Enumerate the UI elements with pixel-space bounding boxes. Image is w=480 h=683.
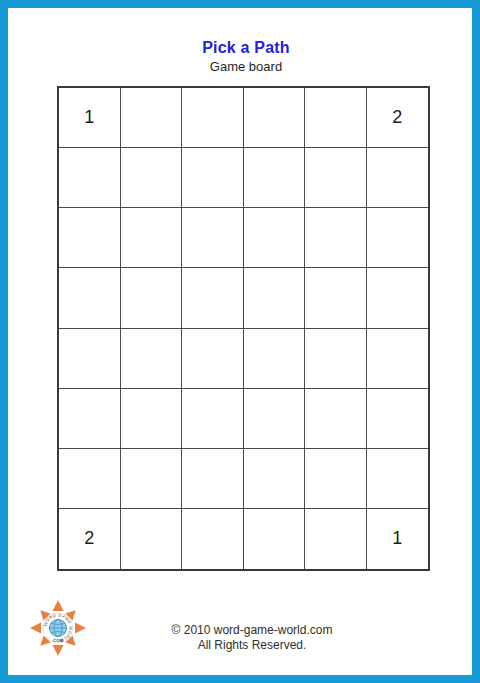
grid-cell-r1c6[interactable]: 2 — [367, 88, 429, 148]
page: Pick a Path Game board 1221 WORD GAME WO… — [0, 0, 480, 683]
copyright: © 2010 word-game-world.com All Rights Re… — [20, 623, 480, 653]
grid-cell-r3c4[interactable] — [244, 208, 306, 268]
game-board: 1221 — [57, 86, 430, 571]
grid-cell-r5c1[interactable] — [59, 329, 121, 389]
grid-cell-r4c6[interactable] — [367, 268, 429, 328]
grid-cell-r6c5[interactable] — [305, 389, 367, 449]
grid-cell-r6c3[interactable] — [182, 389, 244, 449]
grid-cell-r7c4[interactable] — [244, 449, 306, 509]
grid-cell-r8c6[interactable]: 1 — [367, 509, 429, 569]
grid-cell-r8c2[interactable] — [121, 509, 183, 569]
grid-cell-r4c5[interactable] — [305, 268, 367, 328]
grid-cell-r7c6[interactable] — [367, 449, 429, 509]
grid-cell-r6c2[interactable] — [121, 389, 183, 449]
grid-cell-r1c1[interactable]: 1 — [59, 88, 121, 148]
grid-cell-r4c3[interactable] — [182, 268, 244, 328]
grid-cell-r2c6[interactable] — [367, 148, 429, 208]
grid-cell-r7c2[interactable] — [121, 449, 183, 509]
grid-cell-r6c4[interactable] — [244, 389, 306, 449]
grid-cell-r1c3[interactable] — [182, 88, 244, 148]
grid-cell-r7c5[interactable] — [305, 449, 367, 509]
header: Pick a Path Game board — [14, 39, 478, 74]
page-title: Pick a Path — [14, 39, 478, 57]
grid-cell-r2c2[interactable] — [121, 148, 183, 208]
grid-cell-r3c6[interactable] — [367, 208, 429, 268]
copyright-line1: © 2010 word-game-world.com — [20, 623, 480, 638]
grid-cell-r8c3[interactable] — [182, 509, 244, 569]
grid-cell-r5c2[interactable] — [121, 329, 183, 389]
grid-cell-r4c4[interactable] — [244, 268, 306, 328]
grid-cell-r2c1[interactable] — [59, 148, 121, 208]
grid-cell-r1c4[interactable] — [244, 88, 306, 148]
grid-cell-r8c4[interactable] — [244, 509, 306, 569]
grid-cell-r3c3[interactable] — [182, 208, 244, 268]
grid-cell-r1c5[interactable] — [305, 88, 367, 148]
grid-cell-r7c3[interactable] — [182, 449, 244, 509]
copyright-line2: All Rights Reserved. — [20, 638, 480, 653]
grid-cell-r2c5[interactable] — [305, 148, 367, 208]
grid-cell-r5c3[interactable] — [182, 329, 244, 389]
grid-cell-r4c1[interactable] — [59, 268, 121, 328]
grid-cell-r2c3[interactable] — [182, 148, 244, 208]
page-subtitle: Game board — [14, 59, 478, 74]
grid-cell-r3c5[interactable] — [305, 208, 367, 268]
grid-cell-r6c6[interactable] — [367, 389, 429, 449]
grid-cell-r3c1[interactable] — [59, 208, 121, 268]
grid-cell-r5c5[interactable] — [305, 329, 367, 389]
grid-cell-r7c1[interactable] — [59, 449, 121, 509]
grid-cell-r4c2[interactable] — [121, 268, 183, 328]
grid-cell-r1c2[interactable] — [121, 88, 183, 148]
grid-cell-r3c2[interactable] — [121, 208, 183, 268]
grid-cell-r2c4[interactable] — [244, 148, 306, 208]
grid-cell-r6c1[interactable] — [59, 389, 121, 449]
grid-cell-r8c5[interactable] — [305, 509, 367, 569]
grid-cell-r8c1[interactable]: 2 — [59, 509, 121, 569]
grid-cell-r5c4[interactable] — [244, 329, 306, 389]
grid-cell-r5c6[interactable] — [367, 329, 429, 389]
